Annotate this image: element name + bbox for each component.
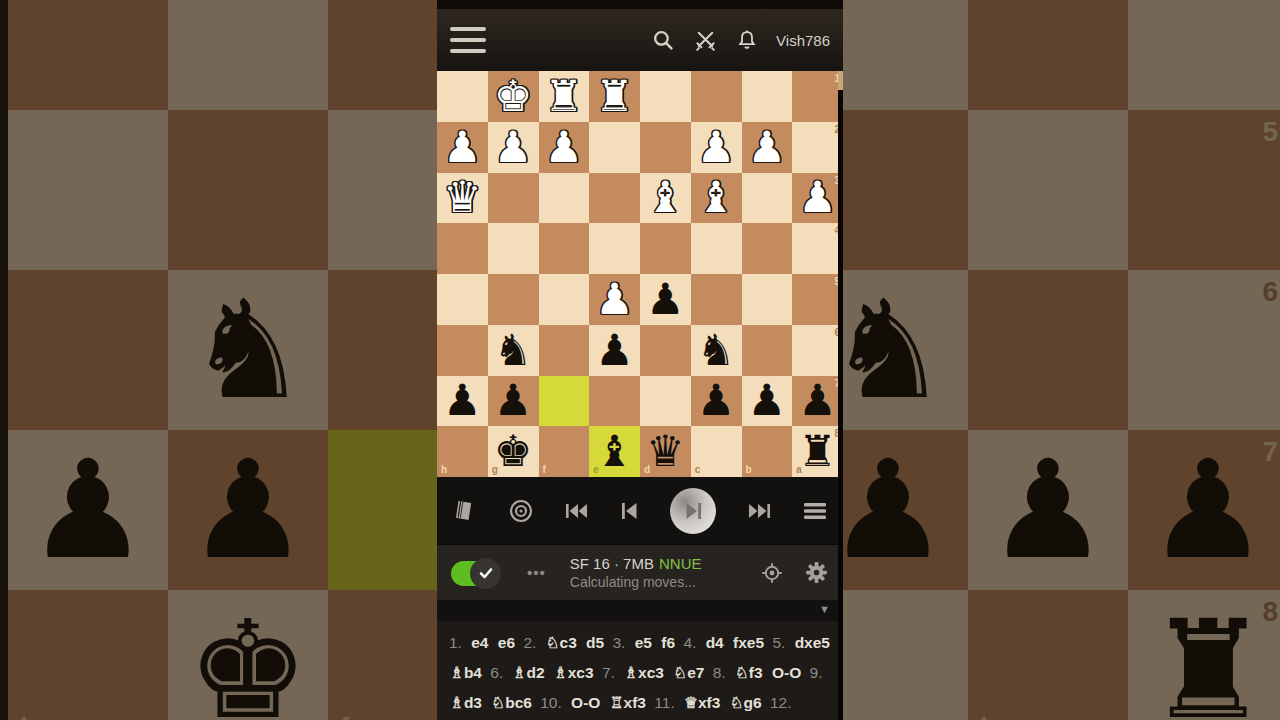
square-d6[interactable] bbox=[640, 325, 691, 376]
move[interactable]: f6 bbox=[661, 634, 675, 651]
white-pawn: ♟ bbox=[595, 278, 634, 321]
notifications-bell-icon[interactable] bbox=[735, 28, 759, 52]
chess-board: ♚♜♜1♟♟♟♟♟2♛♝♝♟34♟♟5♞♟♞6♟♟♟♟♟7h♚gf♝e♛dcb♜… bbox=[437, 71, 843, 477]
move[interactable]: ♘e7 bbox=[673, 664, 704, 681]
move-number: 6. bbox=[490, 664, 503, 681]
scrollbar-thumb[interactable] bbox=[838, 71, 843, 90]
hamburger-bar bbox=[450, 49, 486, 53]
move-number: 7. bbox=[602, 664, 615, 681]
square-g7[interactable]: ♟ bbox=[488, 376, 539, 427]
square-g8[interactable]: ♚g bbox=[488, 426, 539, 477]
file-label-h: h bbox=[441, 464, 447, 475]
search-icon[interactable] bbox=[651, 28, 676, 53]
square-e7[interactable] bbox=[589, 376, 640, 427]
square-c4[interactable] bbox=[691, 223, 742, 274]
square-b4[interactable] bbox=[742, 223, 793, 274]
square-e3[interactable] bbox=[589, 173, 640, 224]
move[interactable]: ♗d2 bbox=[513, 664, 545, 681]
chess-app-panel: Vish786 ♚♜♜1♟♟♟♟♟2♛♝♝♟34♟♟5♞♟♞6♟♟♟♟♟7h♚g… bbox=[437, 0, 843, 720]
engine-status: Calculating moves... bbox=[570, 573, 702, 591]
skip-to-start-icon[interactable] bbox=[565, 502, 589, 520]
move-number: 11. bbox=[654, 694, 674, 711]
square-e2[interactable] bbox=[589, 122, 640, 173]
square-f5[interactable] bbox=[539, 274, 590, 325]
move[interactable]: dxe5 bbox=[795, 634, 830, 651]
square-f8[interactable]: f bbox=[539, 426, 590, 477]
square-f3[interactable] bbox=[539, 173, 590, 224]
status-bar bbox=[437, 0, 843, 9]
move-number: 2. bbox=[523, 634, 536, 651]
white-pawn: ♟ bbox=[748, 126, 787, 169]
move[interactable]: O-O bbox=[571, 694, 600, 711]
username[interactable]: Vish786 bbox=[776, 32, 830, 49]
square-h3[interactable]: ♛ bbox=[437, 173, 488, 224]
movelist-header: ▼ bbox=[437, 600, 843, 621]
file-label-d: d bbox=[644, 464, 650, 475]
move[interactable]: ♗d3 bbox=[450, 694, 482, 711]
square-b7[interactable]: ♟ bbox=[742, 376, 793, 427]
square-e5[interactable]: ♟ bbox=[589, 274, 640, 325]
next-move-button-ripple[interactable] bbox=[670, 488, 716, 534]
square-h8[interactable]: h bbox=[437, 426, 488, 477]
move[interactable]: ♘c3 bbox=[546, 634, 577, 651]
square-g1[interactable]: ♚ bbox=[488, 71, 539, 122]
move-number: 1. bbox=[449, 634, 462, 651]
square-h2[interactable]: ♟ bbox=[437, 122, 488, 173]
square-f1[interactable]: ♜ bbox=[539, 71, 590, 122]
black-king: ♚ bbox=[494, 430, 533, 473]
square-f2[interactable]: ♟ bbox=[539, 122, 590, 173]
square-e6[interactable]: ♟ bbox=[589, 325, 640, 376]
file-label-c: c bbox=[695, 464, 701, 475]
move[interactable]: ♕xf3 bbox=[684, 694, 720, 711]
square-c2[interactable]: ♟ bbox=[691, 122, 742, 173]
white-pawn: ♟ bbox=[494, 126, 533, 169]
settings-gear-icon[interactable] bbox=[804, 560, 829, 585]
square-c8[interactable]: c bbox=[691, 426, 742, 477]
square-c1[interactable] bbox=[691, 71, 742, 122]
square-f4[interactable] bbox=[539, 223, 590, 274]
move-number: 3. bbox=[612, 634, 625, 651]
engine-line-dots: ••• bbox=[527, 564, 546, 581]
move[interactable]: e5 bbox=[635, 634, 652, 651]
black-pawn: ♟ bbox=[748, 379, 787, 422]
file-label-e: e bbox=[593, 464, 599, 475]
square-a2[interactable]: 2 bbox=[792, 122, 843, 173]
hamburger-menu-button[interactable] bbox=[450, 27, 486, 53]
move-number: 4. bbox=[683, 634, 696, 651]
black-bishop: ♝ bbox=[595, 430, 634, 473]
square-c7[interactable]: ♟ bbox=[691, 376, 742, 427]
practice-target-icon[interactable] bbox=[508, 498, 534, 524]
square-a4[interactable]: 4 bbox=[792, 223, 843, 274]
square-f6[interactable] bbox=[539, 325, 590, 376]
square-g5[interactable] bbox=[488, 274, 539, 325]
black-pawn: ♟ bbox=[494, 379, 533, 422]
square-h7[interactable]: ♟ bbox=[437, 376, 488, 427]
square-g4[interactable] bbox=[488, 223, 539, 274]
move[interactable]: ♗b4 bbox=[450, 664, 482, 681]
square-h1[interactable] bbox=[437, 71, 488, 122]
square-h5[interactable] bbox=[437, 274, 488, 325]
square-g3[interactable] bbox=[488, 173, 539, 224]
square-a5[interactable]: 5 bbox=[792, 274, 843, 325]
white-pawn: ♟ bbox=[798, 176, 837, 219]
skip-to-end-icon[interactable] bbox=[747, 502, 771, 520]
square-b3[interactable] bbox=[742, 173, 793, 224]
square-h6[interactable] bbox=[437, 325, 488, 376]
move[interactable]: ♘g6 bbox=[730, 694, 762, 711]
white-king: ♚ bbox=[494, 75, 533, 118]
move[interactable]: ♗xc3 bbox=[554, 664, 594, 681]
opening-book-icon[interactable] bbox=[452, 498, 477, 523]
square-g6[interactable]: ♞ bbox=[488, 325, 539, 376]
black-queen: ♛ bbox=[646, 430, 685, 473]
previous-move-icon[interactable] bbox=[620, 501, 639, 521]
black-pawn: ♟ bbox=[646, 278, 685, 321]
black-pawn: ♟ bbox=[595, 329, 634, 372]
move[interactable]: ♘bc6 bbox=[491, 694, 532, 711]
hamburger-bar bbox=[450, 27, 486, 31]
square-e4[interactable] bbox=[589, 223, 640, 274]
file-label-b: b bbox=[746, 464, 752, 475]
black-knight: ♞ bbox=[494, 329, 533, 372]
file-label-a: a bbox=[796, 464, 802, 475]
white-pawn: ♟ bbox=[545, 126, 584, 169]
check-icon bbox=[476, 563, 496, 583]
move-number: 10. bbox=[540, 694, 562, 711]
file-label-g: g bbox=[492, 464, 498, 475]
white-rook: ♜ bbox=[545, 75, 584, 118]
move-number: 5. bbox=[772, 634, 785, 651]
toggle-knob bbox=[470, 558, 501, 589]
engine-name-line: SF 16 · 7MBNNUE bbox=[570, 555, 702, 573]
square-d4[interactable] bbox=[640, 223, 691, 274]
engine-info: SF 16 · 7MBNNUE Calculating moves... bbox=[570, 555, 702, 591]
square-a3[interactable]: ♟3 bbox=[792, 173, 843, 224]
focus-crosshair-icon[interactable] bbox=[760, 561, 784, 585]
move[interactable]: e6 bbox=[498, 634, 515, 651]
white-pawn: ♟ bbox=[697, 126, 736, 169]
square-c5[interactable] bbox=[691, 274, 742, 325]
white-bishop: ♝ bbox=[697, 176, 736, 219]
square-d3[interactable]: ♝ bbox=[640, 173, 691, 224]
square-d8[interactable]: ♛d bbox=[640, 426, 691, 477]
square-c3[interactable]: ♝ bbox=[691, 173, 742, 224]
engine-actions bbox=[760, 560, 829, 585]
square-e8[interactable]: ♝e bbox=[589, 426, 640, 477]
file-label-f: f bbox=[543, 464, 546, 475]
white-rook: ♜ bbox=[595, 75, 634, 118]
square-a8[interactable]: ♜8a bbox=[792, 426, 843, 477]
next-move-icon bbox=[684, 501, 703, 521]
engine-bar: ••• SF 16 · 7MBNNUE Calculating moves... bbox=[437, 544, 843, 600]
hamburger-bar bbox=[450, 38, 486, 42]
analysis-controls bbox=[437, 477, 843, 544]
square-e1[interactable]: ♜ bbox=[589, 71, 640, 122]
move[interactable]: ♖xf3 bbox=[610, 694, 646, 711]
scrollbar-track[interactable] bbox=[838, 71, 843, 720]
header-actions: Vish786 bbox=[651, 28, 830, 53]
square-b2[interactable]: ♟ bbox=[742, 122, 793, 173]
white-queen: ♛ bbox=[443, 176, 482, 219]
square-d2[interactable] bbox=[640, 122, 691, 173]
analysis-menu-icon[interactable] bbox=[802, 500, 828, 522]
black-rook: ♜ bbox=[798, 430, 837, 473]
square-a7[interactable]: ♟7 bbox=[792, 376, 843, 427]
move[interactable]: d4 bbox=[706, 634, 724, 651]
square-b6[interactable] bbox=[742, 325, 793, 376]
square-h4[interactable] bbox=[437, 223, 488, 274]
square-b1[interactable] bbox=[742, 71, 793, 122]
engine-name: SF 16 · 7MB bbox=[570, 555, 654, 572]
move[interactable]: ♗xc3 bbox=[624, 664, 664, 681]
collapse-caret-icon[interactable]: ▼ bbox=[819, 603, 830, 615]
move[interactable]: O-O bbox=[772, 664, 801, 681]
move[interactable]: ♘f3 bbox=[735, 664, 763, 681]
white-pawn: ♟ bbox=[443, 126, 482, 169]
move[interactable]: d5 bbox=[586, 634, 604, 651]
square-b8[interactable]: b bbox=[742, 426, 793, 477]
move-number: 12. bbox=[770, 694, 792, 711]
square-f7[interactable] bbox=[539, 376, 590, 427]
move[interactable]: fxe5 bbox=[733, 634, 764, 651]
square-d1[interactable] bbox=[640, 71, 691, 122]
move-number: 8. bbox=[713, 664, 726, 681]
black-pawn: ♟ bbox=[697, 379, 736, 422]
engine-toggle[interactable] bbox=[451, 558, 501, 588]
crossed-swords-icon[interactable] bbox=[693, 28, 718, 53]
square-d7[interactable] bbox=[640, 376, 691, 427]
black-pawn: ♟ bbox=[798, 379, 837, 422]
move-list: 1. e4 e6 2. ♘c3 d5 3. e5 f6 4. d4 fxe5 5… bbox=[437, 621, 843, 720]
move[interactable]: e4 bbox=[471, 634, 488, 651]
square-a6[interactable]: 6 bbox=[792, 325, 843, 376]
white-bishop: ♝ bbox=[646, 176, 685, 219]
square-g2[interactable]: ♟ bbox=[488, 122, 539, 173]
black-pawn: ♟ bbox=[443, 379, 482, 422]
square-a1[interactable]: 1 bbox=[792, 71, 843, 122]
engine-badge: NNUE bbox=[659, 555, 702, 572]
square-d5[interactable]: ♟ bbox=[640, 274, 691, 325]
square-b5[interactable] bbox=[742, 274, 793, 325]
move-number: 9. bbox=[810, 664, 823, 681]
black-knight: ♞ bbox=[697, 329, 736, 372]
square-c6[interactable]: ♞ bbox=[691, 325, 742, 376]
app-header: Vish786 bbox=[437, 9, 843, 71]
